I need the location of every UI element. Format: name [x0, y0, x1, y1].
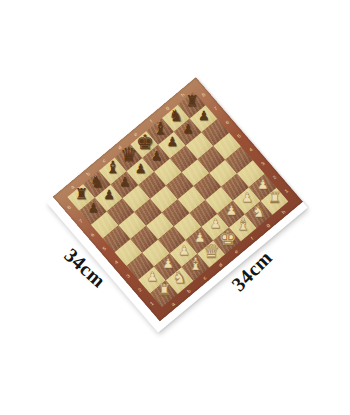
product-photo: aabbccddeeffgghh8877665544332211♜♞♝♛♚♝♞♜… — [0, 0, 350, 415]
chess-board: aabbccddeeffgghh8877665544332211♜♞♝♛♚♝♞♜… — [46, 77, 308, 332]
